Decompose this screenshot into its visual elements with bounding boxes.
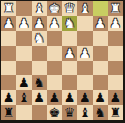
square-g3[interactable] xyxy=(16,31,31,46)
square-e6[interactable] xyxy=(47,75,62,90)
white-knight[interactable]: ♞ xyxy=(33,31,45,44)
square-d4[interactable]: ♟ xyxy=(62,46,77,61)
square-e2[interactable]: ♟ xyxy=(47,16,62,31)
square-a5[interactable] xyxy=(108,61,123,76)
square-b4[interactable] xyxy=(93,46,108,61)
chess-board[interactable]: ♜♝♚♛♝♜♟♟♟♟♞♟♟♞♟♟♟♞♟♝♟♟♟♟♟♟♜♚♛♝♞♜ xyxy=(1,1,123,120)
square-e3[interactable] xyxy=(47,31,62,46)
square-h1[interactable]: ♜ xyxy=(1,1,16,16)
black-pawn[interactable]: ♟ xyxy=(64,91,76,104)
white-pawn[interactable]: ♟ xyxy=(94,16,106,29)
white-bishop[interactable]: ♝ xyxy=(33,1,45,14)
white-pawn[interactable]: ♟ xyxy=(110,16,122,29)
square-f8[interactable] xyxy=(32,105,47,120)
black-knight[interactable]: ♞ xyxy=(94,106,106,119)
square-h2[interactable]: ♟ xyxy=(1,16,16,31)
square-b5[interactable] xyxy=(93,61,108,76)
square-g5[interactable] xyxy=(16,61,31,76)
square-g2[interactable]: ♟ xyxy=(16,16,31,31)
square-d2[interactable]: ♞ xyxy=(62,16,77,31)
square-d6[interactable] xyxy=(62,75,77,90)
square-c2[interactable] xyxy=(77,16,92,31)
square-h3[interactable] xyxy=(1,31,16,46)
square-d1[interactable]: ♛ xyxy=(62,1,77,16)
square-e5[interactable] xyxy=(47,61,62,76)
square-g1[interactable] xyxy=(16,1,31,16)
square-f5[interactable] xyxy=(32,61,47,76)
square-c6[interactable] xyxy=(77,75,92,90)
square-d7[interactable]: ♟ xyxy=(62,90,77,105)
square-d8[interactable]: ♛ xyxy=(62,105,77,120)
square-c4[interactable]: ♟ xyxy=(77,46,92,61)
square-a3[interactable] xyxy=(108,31,123,46)
black-knight[interactable]: ♞ xyxy=(33,76,45,89)
square-h6[interactable] xyxy=(1,75,16,90)
square-a4[interactable] xyxy=(108,46,123,61)
black-pawn[interactable]: ♟ xyxy=(79,91,91,104)
square-c8[interactable]: ♝ xyxy=(77,105,92,120)
square-c3[interactable] xyxy=(77,31,92,46)
square-e1[interactable]: ♚ xyxy=(47,1,62,16)
white-pawn[interactable]: ♟ xyxy=(3,16,15,29)
black-bishop[interactable]: ♝ xyxy=(79,106,91,119)
square-a1[interactable]: ♜ xyxy=(108,1,123,16)
square-h7[interactable]: ♟ xyxy=(1,90,16,105)
square-g6[interactable]: ♟ xyxy=(16,75,31,90)
square-c7[interactable]: ♟ xyxy=(77,90,92,105)
black-queen[interactable]: ♛ xyxy=(64,106,76,119)
square-b3[interactable] xyxy=(93,31,108,46)
square-b2[interactable]: ♟ xyxy=(93,16,108,31)
square-g8[interactable] xyxy=(16,105,31,120)
black-pawn[interactable]: ♟ xyxy=(94,91,106,104)
square-f7[interactable]: ♟ xyxy=(32,90,47,105)
white-pawn[interactable]: ♟ xyxy=(18,16,30,29)
square-g4[interactable] xyxy=(16,46,31,61)
white-queen[interactable]: ♛ xyxy=(64,1,76,14)
white-bishop[interactable]: ♝ xyxy=(79,1,91,14)
square-b6[interactable] xyxy=(93,75,108,90)
square-b1[interactable] xyxy=(93,1,108,16)
square-h5[interactable] xyxy=(1,61,16,76)
square-f3[interactable]: ♞ xyxy=(32,31,47,46)
square-a2[interactable]: ♟ xyxy=(108,16,123,31)
square-f4[interactable] xyxy=(32,46,47,61)
square-e8[interactable]: ♚ xyxy=(47,105,62,120)
square-g7[interactable]: ♝ xyxy=(16,90,31,105)
black-king[interactable]: ♚ xyxy=(49,106,61,119)
black-bishop[interactable]: ♝ xyxy=(18,91,30,104)
square-f2[interactable]: ♟ xyxy=(32,16,47,31)
square-d3[interactable] xyxy=(62,31,77,46)
square-b8[interactable]: ♞ xyxy=(93,105,108,120)
square-d5[interactable] xyxy=(62,61,77,76)
white-king[interactable]: ♚ xyxy=(49,1,61,14)
white-pawn[interactable]: ♟ xyxy=(64,46,76,59)
square-c5[interactable] xyxy=(77,61,92,76)
square-f1[interactable]: ♝ xyxy=(32,1,47,16)
square-b7[interactable]: ♟ xyxy=(93,90,108,105)
square-a7[interactable]: ♟ xyxy=(108,90,123,105)
white-knight[interactable]: ♞ xyxy=(64,16,76,29)
square-h8[interactable]: ♜ xyxy=(1,105,16,120)
black-pawn[interactable]: ♟ xyxy=(33,91,45,104)
black-pawn[interactable]: ♟ xyxy=(18,76,30,89)
white-pawn[interactable]: ♟ xyxy=(33,16,45,29)
white-pawn[interactable]: ♟ xyxy=(49,16,61,29)
square-c1[interactable]: ♝ xyxy=(77,1,92,16)
square-h4[interactable] xyxy=(1,46,16,61)
square-f6[interactable]: ♞ xyxy=(32,75,47,90)
white-pawn[interactable]: ♟ xyxy=(79,46,91,59)
black-pawn[interactable]: ♟ xyxy=(49,91,61,104)
black-rook[interactable]: ♜ xyxy=(3,106,15,119)
black-rook[interactable]: ♜ xyxy=(110,106,122,119)
square-e4[interactable] xyxy=(47,46,62,61)
white-rook[interactable]: ♜ xyxy=(110,1,122,14)
square-a8[interactable]: ♜ xyxy=(108,105,123,120)
square-a6[interactable] xyxy=(108,75,123,90)
black-pawn[interactable]: ♟ xyxy=(110,91,122,104)
white-rook[interactable]: ♜ xyxy=(3,1,15,14)
black-pawn[interactable]: ♟ xyxy=(3,91,15,104)
square-e7[interactable]: ♟ xyxy=(47,90,62,105)
